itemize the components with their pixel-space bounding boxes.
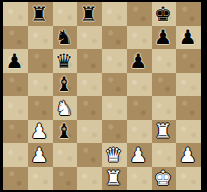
square-a7[interactable]	[3, 26, 28, 50]
piece-black-pawn[interactable]: ♟	[129, 51, 147, 71]
piece-black-queen[interactable]: ♛	[55, 51, 73, 71]
square-c3[interactable]: ♝	[53, 120, 78, 144]
square-g6[interactable]	[152, 49, 177, 73]
piece-black-bishop[interactable]: ♝	[55, 74, 73, 94]
square-g8[interactable]: ♚	[152, 2, 177, 26]
piece-black-pawn[interactable]: ♟	[154, 27, 172, 47]
square-g3[interactable]: ♜	[152, 120, 177, 144]
square-d2[interactable]	[77, 143, 102, 167]
piece-white-king[interactable]: ♚	[154, 168, 172, 188]
square-c8[interactable]	[53, 2, 78, 26]
square-g1[interactable]: ♚	[152, 167, 177, 191]
piece-white-pawn[interactable]: ♟	[129, 145, 147, 165]
square-g4[interactable]	[152, 96, 177, 120]
piece-black-bishop[interactable]: ♝	[55, 121, 73, 141]
piece-white-rook[interactable]: ♜	[154, 121, 172, 141]
square-f1[interactable]	[127, 167, 152, 191]
square-f6[interactable]: ♟	[127, 49, 152, 73]
square-b3[interactable]: ♟	[28, 120, 53, 144]
square-a4[interactable]	[3, 96, 28, 120]
square-a8[interactable]	[3, 2, 28, 26]
piece-black-rook[interactable]: ♜	[30, 4, 48, 24]
square-b8[interactable]: ♜	[28, 2, 53, 26]
piece-white-pawn[interactable]: ♟	[179, 145, 197, 165]
square-d5[interactable]	[77, 73, 102, 97]
chess-board: ♜♜♚♞♟♟♟♛♟♝♞♟♝♜♟♛♟♟♜♚	[3, 2, 201, 190]
square-b5[interactable]	[28, 73, 53, 97]
square-d6[interactable]	[77, 49, 102, 73]
piece-black-rook[interactable]: ♜	[80, 4, 98, 24]
square-d3[interactable]	[77, 120, 102, 144]
square-a1[interactable]	[3, 167, 28, 191]
square-c2[interactable]	[53, 143, 78, 167]
square-b1[interactable]	[28, 167, 53, 191]
square-e8[interactable]	[102, 2, 127, 26]
square-h2[interactable]: ♟	[176, 143, 201, 167]
square-h3[interactable]	[176, 120, 201, 144]
square-c1[interactable]	[53, 167, 78, 191]
square-d1[interactable]	[77, 167, 102, 191]
piece-white-pawn[interactable]: ♟	[30, 121, 48, 141]
square-a2[interactable]	[3, 143, 28, 167]
square-e5[interactable]	[102, 73, 127, 97]
square-h6[interactable]	[176, 49, 201, 73]
square-c4[interactable]: ♞	[53, 96, 78, 120]
square-h8[interactable]	[176, 2, 201, 26]
square-a3[interactable]	[3, 120, 28, 144]
piece-white-rook[interactable]: ♜	[104, 168, 122, 188]
piece-black-pawn[interactable]: ♟	[179, 27, 197, 47]
square-b2[interactable]: ♟	[28, 143, 53, 167]
square-f3[interactable]	[127, 120, 152, 144]
square-g2[interactable]	[152, 143, 177, 167]
square-a5[interactable]	[3, 73, 28, 97]
square-f7[interactable]	[127, 26, 152, 50]
square-e3[interactable]	[102, 120, 127, 144]
square-c5[interactable]: ♝	[53, 73, 78, 97]
square-c7[interactable]: ♞	[53, 26, 78, 50]
square-e4[interactable]	[102, 96, 127, 120]
piece-black-king[interactable]: ♚	[154, 4, 172, 24]
square-c6[interactable]: ♛	[53, 49, 78, 73]
piece-white-pawn[interactable]: ♟	[30, 145, 48, 165]
square-e2[interactable]: ♛	[102, 143, 127, 167]
square-b7[interactable]	[28, 26, 53, 50]
square-f4[interactable]	[127, 96, 152, 120]
square-h4[interactable]	[176, 96, 201, 120]
square-e7[interactable]	[102, 26, 127, 50]
piece-white-knight[interactable]: ♞	[55, 98, 73, 118]
piece-white-queen[interactable]: ♛	[104, 145, 122, 165]
square-e6[interactable]	[102, 49, 127, 73]
square-b4[interactable]	[28, 96, 53, 120]
square-f5[interactable]	[127, 73, 152, 97]
square-d4[interactable]	[77, 96, 102, 120]
square-g5[interactable]	[152, 73, 177, 97]
square-f8[interactable]	[127, 2, 152, 26]
square-e1[interactable]: ♜	[102, 167, 127, 191]
square-g7[interactable]: ♟	[152, 26, 177, 50]
piece-black-pawn[interactable]: ♟	[5, 51, 23, 71]
square-d8[interactable]: ♜	[77, 2, 102, 26]
piece-black-knight[interactable]: ♞	[55, 27, 73, 47]
chess-board-frame: ♜♜♚♞♟♟♟♛♟♝♞♟♝♜♟♛♟♟♜♚	[0, 0, 207, 192]
square-h5[interactable]	[176, 73, 201, 97]
square-b6[interactable]	[28, 49, 53, 73]
square-a6[interactable]: ♟	[3, 49, 28, 73]
square-f2[interactable]: ♟	[127, 143, 152, 167]
square-h7[interactable]: ♟	[176, 26, 201, 50]
square-d7[interactable]	[77, 26, 102, 50]
square-h1[interactable]	[176, 167, 201, 191]
